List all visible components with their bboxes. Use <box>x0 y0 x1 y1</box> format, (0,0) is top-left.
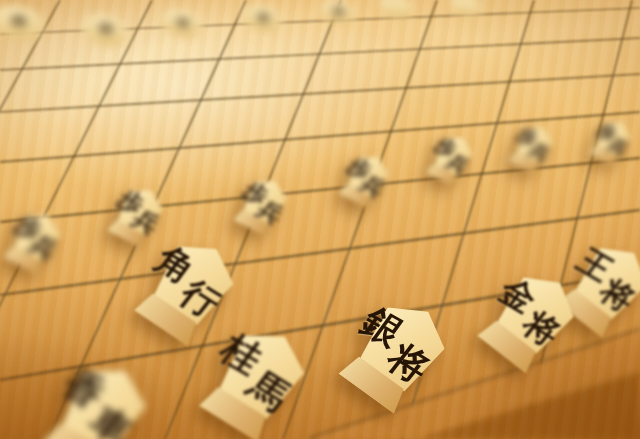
far-piece-blurred[interactable] <box>79 11 131 50</box>
piece-pawn[interactable]: 歩兵 <box>343 154 390 204</box>
far-piece-kanji-smudge <box>6 11 32 32</box>
piece-knight[interactable]: 桂馬 <box>210 329 306 431</box>
piece-lance[interactable]: 香車 <box>52 364 148 439</box>
far-piece-kanji-smudge <box>252 10 272 27</box>
far-piece-kanji-smudge <box>329 4 348 19</box>
piece-pawn[interactable]: 歩兵 <box>8 212 62 269</box>
far-piece-blurred[interactable] <box>240 3 284 36</box>
piece-silver-general[interactable]: 銀将 <box>351 302 446 403</box>
far-piece-blurred[interactable] <box>158 6 205 41</box>
far-piece-blurred[interactable] <box>0 1 46 43</box>
piece-pawn[interactable]: 歩兵 <box>238 178 288 231</box>
piece-pawn[interactable]: 歩兵 <box>592 120 632 162</box>
piece-pawn[interactable]: 歩兵 <box>112 187 164 242</box>
far-piece-blurred[interactable] <box>448 0 484 19</box>
shogi-photo-scene: 歩兵歩兵歩兵歩兵歩兵歩兵歩兵角行香車桂馬銀将金将王将 <box>0 0 640 439</box>
piece-pawn[interactable]: 歩兵 <box>430 135 474 182</box>
far-piece-kanji-smudge <box>172 15 194 33</box>
far-piece-kanji-smudge <box>94 20 118 40</box>
far-piece-blurred[interactable] <box>318 0 358 27</box>
far-piece-blurred[interactable] <box>377 0 415 22</box>
piece-bishop[interactable]: 角行 <box>145 241 235 336</box>
pieces-layer: 歩兵歩兵歩兵歩兵歩兵歩兵歩兵角行香車桂馬銀将金将王将 <box>0 0 640 439</box>
piece-gold-general[interactable]: 金将 <box>489 273 575 364</box>
piece-pawn[interactable]: 歩兵 <box>512 125 554 170</box>
